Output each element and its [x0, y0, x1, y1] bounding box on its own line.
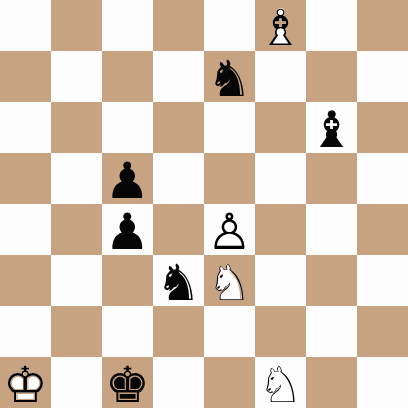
square-e1[interactable] [204, 357, 255, 408]
square-e6[interactable] [204, 102, 255, 153]
square-b3[interactable] [51, 255, 102, 306]
black-bishop-g6[interactable]: ♝ [306, 102, 357, 153]
square-e5[interactable] [204, 153, 255, 204]
square-e2[interactable] [204, 306, 255, 357]
black-pawn-glyph: ♟ [102, 206, 153, 257]
black-knight-e7[interactable]: ♞ [204, 51, 255, 102]
black-pawn-c5[interactable]: ♟ [102, 153, 153, 204]
square-a7[interactable] [0, 51, 51, 102]
white-pawn-outline-glyph: ♙ [204, 206, 255, 257]
square-b4[interactable] [51, 204, 102, 255]
square-a4[interactable] [0, 204, 51, 255]
square-b7[interactable] [51, 51, 102, 102]
square-g4[interactable] [306, 204, 357, 255]
black-pawn-glyph: ♟ [102, 155, 153, 206]
square-h1[interactable] [357, 357, 408, 408]
square-c6[interactable] [102, 102, 153, 153]
square-d1[interactable] [153, 357, 204, 408]
white-bishop-f8[interactable]: ♝♗ [255, 0, 306, 51]
square-g1[interactable] [306, 357, 357, 408]
square-a6[interactable] [0, 102, 51, 153]
square-g3[interactable] [306, 255, 357, 306]
square-f2[interactable] [255, 306, 306, 357]
square-f7[interactable] [255, 51, 306, 102]
square-h3[interactable] [357, 255, 408, 306]
white-bishop-outline-glyph: ♗ [255, 2, 306, 53]
square-b6[interactable] [51, 102, 102, 153]
black-knight-d3[interactable]: ♞ [153, 255, 204, 306]
black-knight-glyph: ♞ [204, 53, 255, 104]
white-king-outline-glyph: ♔ [0, 359, 51, 408]
square-b5[interactable] [51, 153, 102, 204]
square-a5[interactable] [0, 153, 51, 204]
square-b8[interactable] [51, 0, 102, 51]
white-pawn-e4[interactable]: ♟♙ [204, 204, 255, 255]
square-d7[interactable] [153, 51, 204, 102]
square-d5[interactable] [153, 153, 204, 204]
black-knight-glyph: ♞ [153, 257, 204, 308]
black-king-glyph: ♚ [102, 359, 153, 408]
square-d8[interactable] [153, 0, 204, 51]
square-h4[interactable] [357, 204, 408, 255]
square-h8[interactable] [357, 0, 408, 51]
square-b1[interactable] [51, 357, 102, 408]
black-king-c1[interactable]: ♚ [102, 357, 153, 408]
square-a8[interactable] [0, 0, 51, 51]
black-pawn-c4[interactable]: ♟ [102, 204, 153, 255]
white-knight-outline-glyph: ♘ [255, 359, 306, 408]
square-g7[interactable] [306, 51, 357, 102]
white-knight-f1[interactable]: ♞♘ [255, 357, 306, 408]
square-c3[interactable] [102, 255, 153, 306]
white-knight-e3[interactable]: ♞♘ [204, 255, 255, 306]
square-d4[interactable] [153, 204, 204, 255]
square-f6[interactable] [255, 102, 306, 153]
chess-board: ♝♗♞♝♟♟♟♙♞♞♘♚♔♚♞♘ [0, 0, 408, 408]
square-h5[interactable] [357, 153, 408, 204]
white-king-a1[interactable]: ♚♔ [0, 357, 51, 408]
square-h7[interactable] [357, 51, 408, 102]
square-g5[interactable] [306, 153, 357, 204]
square-b2[interactable] [51, 306, 102, 357]
square-g2[interactable] [306, 306, 357, 357]
square-d2[interactable] [153, 306, 204, 357]
square-e8[interactable] [204, 0, 255, 51]
square-a2[interactable] [0, 306, 51, 357]
square-g8[interactable] [306, 0, 357, 51]
black-bishop-glyph: ♝ [306, 104, 357, 155]
square-a3[interactable] [0, 255, 51, 306]
square-h2[interactable] [357, 306, 408, 357]
square-h6[interactable] [357, 102, 408, 153]
square-f5[interactable] [255, 153, 306, 204]
white-knight-outline-glyph: ♘ [204, 257, 255, 308]
square-d6[interactable] [153, 102, 204, 153]
square-c2[interactable] [102, 306, 153, 357]
square-c8[interactable] [102, 0, 153, 51]
square-c7[interactable] [102, 51, 153, 102]
square-f3[interactable] [255, 255, 306, 306]
square-f4[interactable] [255, 204, 306, 255]
